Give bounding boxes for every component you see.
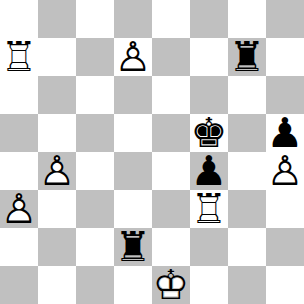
white-king[interactable]: ♚♔	[152, 266, 190, 304]
white-pawn[interactable]: ♟♙	[266, 152, 304, 190]
black-rook[interactable]: ♜	[228, 38, 266, 76]
square-c7[interactable]	[76, 38, 114, 76]
square-c2[interactable]	[76, 228, 114, 266]
white-pawn-outline: ♙	[38, 152, 76, 190]
square-h3[interactable]	[266, 190, 304, 228]
square-c5[interactable]	[76, 114, 114, 152]
white-rook-outline: ♖	[0, 38, 38, 76]
white-king-outline: ♔	[152, 266, 190, 304]
square-g2[interactable]	[228, 228, 266, 266]
square-b2[interactable]	[38, 228, 76, 266]
square-a3[interactable]: ♟♙	[0, 190, 38, 228]
square-b8[interactable]	[38, 0, 76, 38]
square-d4[interactable]	[114, 152, 152, 190]
square-g7[interactable]: ♜	[228, 38, 266, 76]
square-h2[interactable]	[266, 228, 304, 266]
square-d7[interactable]: ♟♙	[114, 38, 152, 76]
square-a1[interactable]	[0, 266, 38, 304]
square-g6[interactable]	[228, 76, 266, 114]
square-b7[interactable]	[38, 38, 76, 76]
square-b4[interactable]: ♟♙	[38, 152, 76, 190]
white-pawn-outline: ♙	[266, 152, 304, 190]
black-rook-glyph: ♜	[114, 228, 152, 266]
square-d6[interactable]	[114, 76, 152, 114]
square-c8[interactable]	[76, 0, 114, 38]
square-e6[interactable]	[152, 76, 190, 114]
square-d2[interactable]: ♜	[114, 228, 152, 266]
square-c1[interactable]	[76, 266, 114, 304]
square-g1[interactable]	[228, 266, 266, 304]
white-pawn-outline: ♙	[114, 38, 152, 76]
white-pawn-outline: ♙	[0, 190, 38, 228]
white-rook[interactable]: ♜♖	[190, 190, 228, 228]
square-a2[interactable]	[0, 228, 38, 266]
square-b3[interactable]	[38, 190, 76, 228]
black-rook[interactable]: ♜	[114, 228, 152, 266]
square-e4[interactable]	[152, 152, 190, 190]
white-pawn[interactable]: ♟♙	[38, 152, 76, 190]
black-rook-glyph: ♜	[228, 38, 266, 76]
square-g5[interactable]	[228, 114, 266, 152]
square-c3[interactable]	[76, 190, 114, 228]
square-d5[interactable]	[114, 114, 152, 152]
square-f1[interactable]	[190, 266, 228, 304]
square-g4[interactable]	[228, 152, 266, 190]
white-rook-outline: ♖	[190, 190, 228, 228]
square-e5[interactable]	[152, 114, 190, 152]
square-a6[interactable]	[0, 76, 38, 114]
square-h1[interactable]	[266, 266, 304, 304]
square-e8[interactable]	[152, 0, 190, 38]
white-pawn[interactable]: ♟♙	[0, 190, 38, 228]
square-a5[interactable]	[0, 114, 38, 152]
square-d1[interactable]	[114, 266, 152, 304]
square-c4[interactable]	[76, 152, 114, 190]
chess-board: ♜♖♟♙♜♚♟♟♙♟♟♙♟♙♜♖♜♚♔	[0, 0, 304, 304]
square-h8[interactable]	[266, 0, 304, 38]
square-h4[interactable]: ♟♙	[266, 152, 304, 190]
square-h7[interactable]	[266, 38, 304, 76]
square-f2[interactable]	[190, 228, 228, 266]
square-e1[interactable]: ♚♔	[152, 266, 190, 304]
square-a7[interactable]: ♜♖	[0, 38, 38, 76]
white-rook[interactable]: ♜♖	[0, 38, 38, 76]
white-pawn[interactable]: ♟♙	[114, 38, 152, 76]
square-e7[interactable]	[152, 38, 190, 76]
square-c6[interactable]	[76, 76, 114, 114]
square-e3[interactable]	[152, 190, 190, 228]
square-b1[interactable]	[38, 266, 76, 304]
square-g3[interactable]	[228, 190, 266, 228]
square-f8[interactable]	[190, 0, 228, 38]
square-b6[interactable]	[38, 76, 76, 114]
square-f7[interactable]	[190, 38, 228, 76]
square-f3[interactable]: ♜♖	[190, 190, 228, 228]
